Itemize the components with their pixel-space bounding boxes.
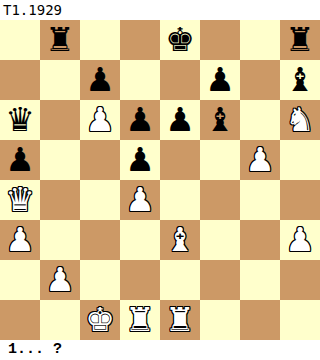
black-king-piece[interactable]: ♚ (165, 20, 195, 60)
square-f3[interactable] (200, 220, 240, 260)
square-h7[interactable]: ♝ (280, 60, 320, 100)
white-pawn-piece[interactable]: ♟ (45, 260, 75, 300)
white-pawn-piece[interactable]: ♟ (125, 180, 155, 220)
move-prompt: 1... ? (8, 341, 62, 359)
square-e4[interactable] (160, 180, 200, 220)
square-f7[interactable]: ♟ (200, 60, 240, 100)
square-f6[interactable]: ♝ (200, 100, 240, 140)
black-rook-piece[interactable]: ♜ (45, 20, 75, 60)
square-c8[interactable] (80, 20, 120, 60)
square-b4[interactable] (40, 180, 80, 220)
square-a4[interactable]: ♛ (0, 180, 40, 220)
white-knight-piece[interactable]: ♞ (285, 100, 315, 140)
square-c6[interactable]: ♟ (80, 100, 120, 140)
white-pawn-piece[interactable]: ♟ (285, 220, 315, 260)
square-c5[interactable] (80, 140, 120, 180)
square-e1[interactable]: ♜ (160, 300, 200, 340)
square-d8[interactable] (120, 20, 160, 60)
square-d2[interactable] (120, 260, 160, 300)
square-h3[interactable]: ♟ (280, 220, 320, 260)
square-g2[interactable] (240, 260, 280, 300)
square-c7[interactable]: ♟ (80, 60, 120, 100)
square-e2[interactable] (160, 260, 200, 300)
square-f4[interactable] (200, 180, 240, 220)
square-g7[interactable] (240, 60, 280, 100)
square-b5[interactable] (40, 140, 80, 180)
square-f8[interactable] (200, 20, 240, 60)
black-pawn-piece[interactable]: ♟ (205, 60, 235, 100)
square-a2[interactable] (0, 260, 40, 300)
square-a1[interactable] (0, 300, 40, 340)
square-d1[interactable]: ♜ (120, 300, 160, 340)
square-g1[interactable] (240, 300, 280, 340)
white-pawn-piece[interactable]: ♟ (85, 100, 115, 140)
square-c3[interactable] (80, 220, 120, 260)
square-d7[interactable] (120, 60, 160, 100)
black-pawn-piece[interactable]: ♟ (125, 100, 155, 140)
white-rook-piece[interactable]: ♜ (165, 300, 195, 340)
square-g6[interactable] (240, 100, 280, 140)
square-d6[interactable]: ♟ (120, 100, 160, 140)
black-rook-piece[interactable]: ♜ (285, 20, 315, 60)
square-e6[interactable]: ♟ (160, 100, 200, 140)
square-f2[interactable] (200, 260, 240, 300)
square-b8[interactable]: ♜ (40, 20, 80, 60)
square-g8[interactable] (240, 20, 280, 60)
square-d5[interactable]: ♟ (120, 140, 160, 180)
black-bishop-piece[interactable]: ♝ (205, 100, 235, 140)
white-queen-piece[interactable]: ♛ (5, 180, 35, 220)
white-bishop-piece[interactable]: ♝ (165, 220, 195, 260)
black-pawn-piece[interactable]: ♟ (85, 60, 115, 100)
square-e7[interactable] (160, 60, 200, 100)
square-e8[interactable]: ♚ (160, 20, 200, 60)
white-rook-piece[interactable]: ♜ (125, 300, 155, 340)
square-a6[interactable]: ♛ (0, 100, 40, 140)
black-queen-piece[interactable]: ♛ (5, 100, 35, 140)
square-g4[interactable] (240, 180, 280, 220)
square-b7[interactable] (40, 60, 80, 100)
square-h2[interactable] (280, 260, 320, 300)
square-h6[interactable]: ♞ (280, 100, 320, 140)
square-g5[interactable]: ♟ (240, 140, 280, 180)
square-f5[interactable] (200, 140, 240, 180)
square-h4[interactable] (280, 180, 320, 220)
black-pawn-piece[interactable]: ♟ (125, 140, 155, 180)
square-b2[interactable]: ♟ (40, 260, 80, 300)
square-a7[interactable] (0, 60, 40, 100)
black-pawn-piece[interactable]: ♟ (165, 100, 195, 140)
white-pawn-piece[interactable]: ♟ (245, 140, 275, 180)
chess-board[interactable]: ♜♚♜♟♟♝♛♟♟♟♝♞♟♟♟♛♟♟♝♟♟♚♜♜ (0, 20, 320, 340)
square-b6[interactable] (40, 100, 80, 140)
square-a8[interactable] (0, 20, 40, 60)
square-b1[interactable] (40, 300, 80, 340)
square-a5[interactable]: ♟ (0, 140, 40, 180)
square-b3[interactable] (40, 220, 80, 260)
square-c2[interactable] (80, 260, 120, 300)
square-c4[interactable] (80, 180, 120, 220)
square-h5[interactable] (280, 140, 320, 180)
square-h1[interactable] (280, 300, 320, 340)
square-d3[interactable] (120, 220, 160, 260)
black-pawn-piece[interactable]: ♟ (5, 140, 35, 180)
square-d4[interactable]: ♟ (120, 180, 160, 220)
puzzle-title: T1.1929 (3, 2, 62, 18)
square-a3[interactable]: ♟ (0, 220, 40, 260)
square-e5[interactable] (160, 140, 200, 180)
square-c1[interactable]: ♚ (80, 300, 120, 340)
black-bishop-piece[interactable]: ♝ (285, 60, 315, 100)
white-pawn-piece[interactable]: ♟ (5, 220, 35, 260)
square-g3[interactable] (240, 220, 280, 260)
square-e3[interactable]: ♝ (160, 220, 200, 260)
white-king-piece[interactable]: ♚ (85, 300, 115, 340)
square-h8[interactable]: ♜ (280, 20, 320, 60)
square-f1[interactable] (200, 300, 240, 340)
